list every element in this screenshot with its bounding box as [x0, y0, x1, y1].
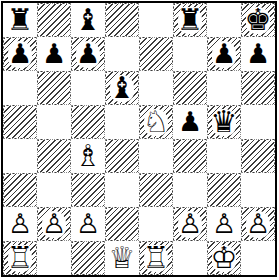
piece-black-pawn: ♟ [37, 37, 71, 71]
square-b8 [37, 3, 71, 37]
piece-black-king: ♚ [242, 4, 274, 36]
piece-white-pawn: ♙ [71, 207, 105, 241]
square-c8: ♝ [71, 3, 105, 37]
piece-black-pawn: ♟ [173, 105, 207, 139]
square-h3 [241, 173, 275, 207]
square-d2 [105, 207, 139, 241]
piece-white-rook: ♖ [4, 242, 36, 274]
square-f5: ♟ [173, 105, 207, 139]
square-d1: ♕ [105, 241, 139, 275]
white-rook-glyph: ♖ [7, 241, 34, 275]
black-pawn-glyph: ♟ [8, 37, 32, 71]
piece-black-bishop: ♝ [71, 3, 105, 37]
piece-black-pawn: ♟ [241, 37, 275, 71]
square-d3 [105, 173, 139, 207]
square-f7 [173, 37, 207, 71]
square-e7 [139, 37, 173, 71]
square-g4 [207, 139, 241, 173]
square-c1 [71, 241, 105, 275]
square-g1: ♔ [207, 241, 241, 275]
black-pawn-glyph: ♟ [42, 37, 66, 71]
square-g3 [207, 173, 241, 207]
square-a4 [3, 139, 37, 173]
square-b6 [37, 71, 71, 105]
square-d5 [105, 105, 139, 139]
chess-board: ♜♝♜♚♟♟♟♟♟♝♘♟♛♗♙♙♙♙♙♙♖♕♖♔ [3, 3, 275, 275]
square-f1 [173, 241, 207, 275]
piece-black-bishop: ♝ [106, 72, 138, 104]
square-h6 [241, 71, 275, 105]
square-a6 [3, 71, 37, 105]
square-g6 [207, 71, 241, 105]
black-bishop-glyph: ♝ [75, 3, 102, 37]
piece-white-rook: ♖ [140, 242, 172, 274]
piece-black-rook: ♜ [174, 4, 206, 36]
square-f6 [173, 71, 207, 105]
square-g5: ♛ [207, 105, 241, 139]
square-d7 [105, 37, 139, 71]
square-b5 [37, 105, 71, 139]
white-pawn-glyph: ♙ [42, 207, 66, 241]
black-pawn-glyph: ♟ [246, 37, 270, 71]
white-pawn-glyph: ♙ [246, 207, 270, 241]
piece-white-king: ♔ [208, 242, 240, 274]
square-h4 [241, 139, 275, 173]
square-c3 [71, 173, 105, 207]
square-b1 [37, 241, 71, 275]
white-pawn-glyph: ♙ [76, 207, 100, 241]
white-king-glyph: ♔ [211, 241, 238, 275]
square-h5 [241, 105, 275, 139]
square-c4: ♗ [71, 139, 105, 173]
square-c6 [71, 71, 105, 105]
white-bishop-glyph: ♗ [75, 139, 102, 173]
square-f2: ♙ [173, 207, 207, 241]
piece-black-pawn: ♟ [208, 38, 240, 70]
white-pawn-glyph: ♙ [8, 207, 32, 241]
piece-white-knight: ♘ [140, 106, 172, 138]
square-a1: ♖ [3, 241, 37, 275]
white-pawn-glyph: ♙ [212, 207, 236, 241]
black-bishop-glyph: ♝ [109, 71, 136, 105]
square-a7: ♟ [3, 37, 37, 71]
piece-white-pawn: ♙ [38, 208, 70, 240]
square-g2: ♙ [207, 207, 241, 241]
white-rook-glyph: ♖ [143, 241, 170, 275]
square-f8: ♜ [173, 3, 207, 37]
black-queen-glyph: ♛ [211, 105, 238, 139]
square-g8 [207, 3, 241, 37]
square-d8 [105, 3, 139, 37]
piece-white-bishop: ♗ [71, 139, 105, 173]
white-pawn-glyph: ♙ [178, 207, 202, 241]
piece-black-rook: ♜ [3, 3, 37, 37]
black-rook-glyph: ♜ [177, 3, 204, 37]
square-c5 [71, 105, 105, 139]
square-h7: ♟ [241, 37, 275, 71]
square-e1: ♖ [139, 241, 173, 275]
square-g7: ♟ [207, 37, 241, 71]
piece-white-pawn: ♙ [207, 207, 241, 241]
square-b3 [37, 173, 71, 207]
square-e2 [139, 207, 173, 241]
square-a3 [3, 173, 37, 207]
white-knight-glyph: ♘ [143, 105, 170, 139]
piece-black-pawn: ♟ [4, 38, 36, 70]
square-h1 [241, 241, 275, 275]
square-d6: ♝ [105, 71, 139, 105]
square-e6 [139, 71, 173, 105]
square-h2: ♙ [241, 207, 275, 241]
square-e3 [139, 173, 173, 207]
piece-black-pawn: ♟ [72, 38, 104, 70]
square-a2: ♙ [3, 207, 37, 241]
black-rook-glyph: ♜ [7, 3, 34, 37]
square-e4 [139, 139, 173, 173]
square-b2: ♙ [37, 207, 71, 241]
piece-black-queen: ♛ [208, 106, 240, 138]
square-c2: ♙ [71, 207, 105, 241]
black-pawn-glyph: ♟ [212, 37, 236, 71]
board-frame: ♜♝♜♚♟♟♟♟♟♝♘♟♛♗♙♙♙♙♙♙♖♕♖♔ [1, 1, 277, 277]
square-b4 [37, 139, 71, 173]
piece-white-pawn: ♙ [242, 208, 274, 240]
square-e8 [139, 3, 173, 37]
square-f4 [173, 139, 207, 173]
piece-white-queen: ♕ [105, 241, 139, 275]
piece-white-pawn: ♙ [174, 208, 206, 240]
black-pawn-glyph: ♟ [76, 37, 100, 71]
black-king-glyph: ♚ [245, 3, 272, 37]
square-f3 [173, 173, 207, 207]
square-b7: ♟ [37, 37, 71, 71]
square-a5 [3, 105, 37, 139]
piece-white-pawn: ♙ [3, 207, 37, 241]
square-c7: ♟ [71, 37, 105, 71]
square-h8: ♚ [241, 3, 275, 37]
square-e5: ♘ [139, 105, 173, 139]
chess-diagram: ♜♝♜♚♟♟♟♟♟♝♘♟♛♗♙♙♙♙♙♙♖♕♖♔ [0, 0, 279, 280]
black-pawn-glyph: ♟ [178, 105, 202, 139]
square-a8: ♜ [3, 3, 37, 37]
square-d4 [105, 139, 139, 173]
white-queen-glyph: ♕ [109, 241, 136, 275]
